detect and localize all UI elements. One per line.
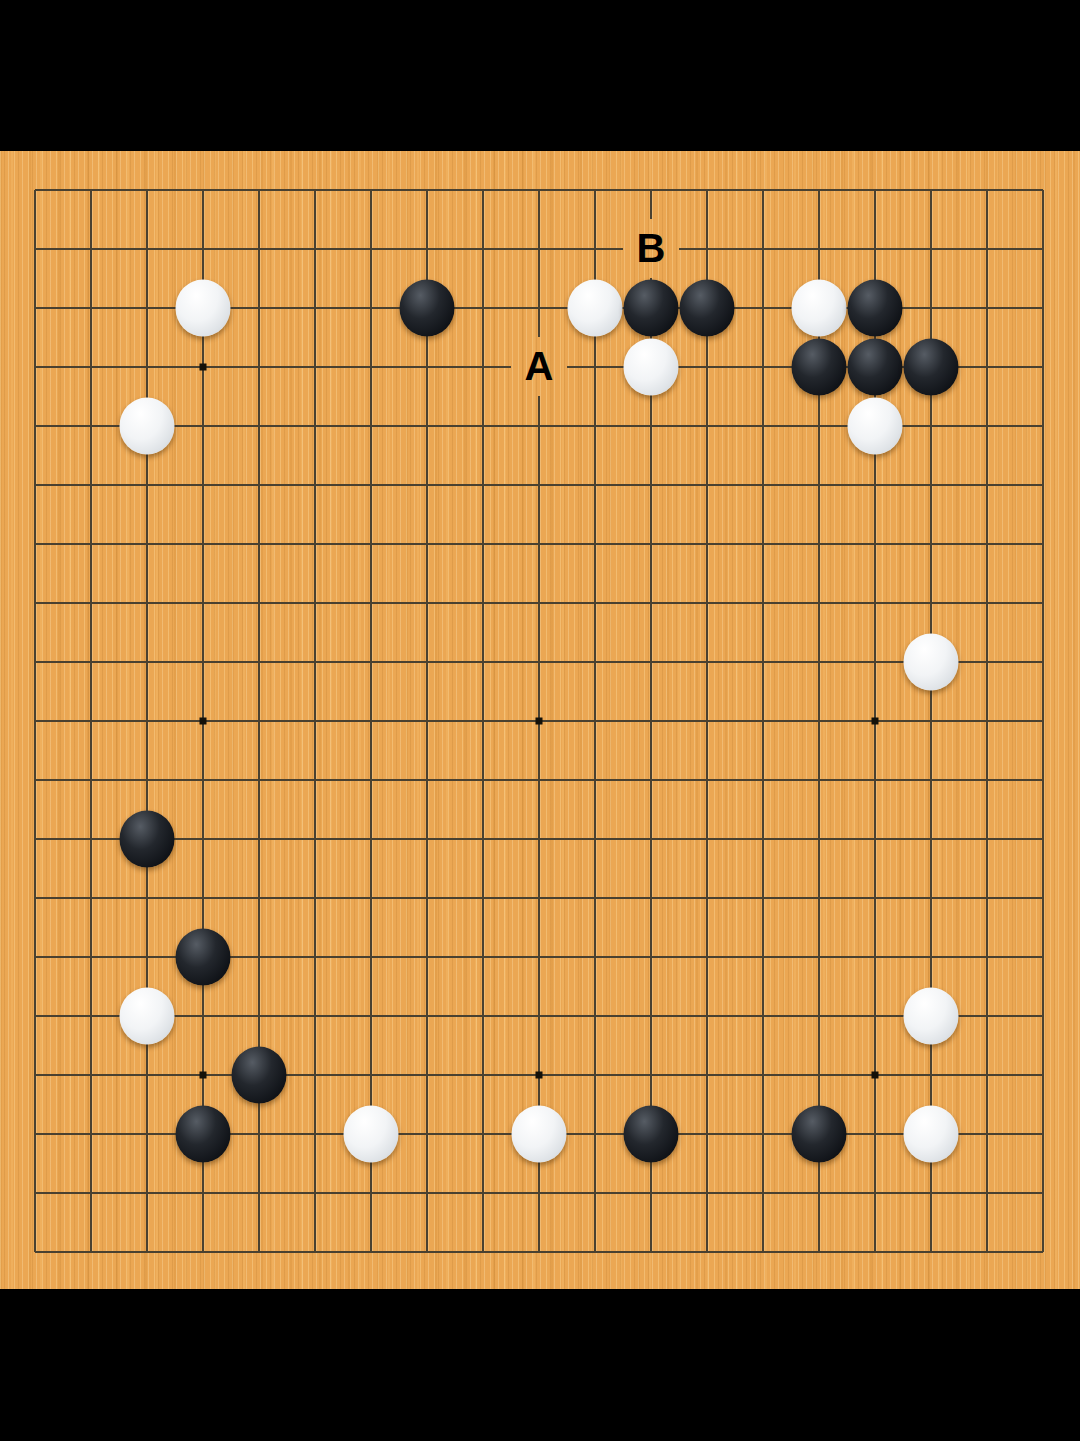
intersection-A11[interactable] (7, 632, 63, 691)
intersection-S6[interactable] (959, 927, 1015, 986)
intersection-A6[interactable] (7, 927, 63, 986)
intersection-H17[interactable] (399, 278, 455, 337)
intersection-M10[interactable] (623, 691, 679, 750)
intersection-D9[interactable] (175, 750, 231, 809)
intersection-Q16[interactable] (847, 337, 903, 396)
intersection-M19[interactable] (623, 160, 679, 219)
intersection-R19[interactable] (903, 160, 959, 219)
intersection-M14[interactable] (623, 455, 679, 514)
intersection-F1[interactable] (287, 1222, 343, 1281)
intersection-O12[interactable] (735, 573, 791, 632)
intersection-E15[interactable] (231, 396, 287, 455)
intersection-L18[interactable] (567, 219, 623, 278)
intersection-E11[interactable] (231, 632, 287, 691)
intersection-R16[interactable] (903, 337, 959, 396)
intersection-J14[interactable] (455, 455, 511, 514)
intersection-B8[interactable] (63, 809, 119, 868)
intersection-H12[interactable] (399, 573, 455, 632)
intersection-K4[interactable] (511, 1045, 567, 1104)
intersection-N8[interactable] (679, 809, 735, 868)
intersection-P16[interactable] (791, 337, 847, 396)
intersection-R12[interactable] (903, 573, 959, 632)
intersection-D6[interactable] (175, 927, 231, 986)
intersection-L13[interactable] (567, 514, 623, 573)
intersection-Q5[interactable] (847, 986, 903, 1045)
intersection-E18[interactable] (231, 219, 287, 278)
intersection-A12[interactable] (7, 573, 63, 632)
intersection-E7[interactable] (231, 868, 287, 927)
intersection-C3[interactable] (119, 1104, 175, 1163)
intersection-J15[interactable] (455, 396, 511, 455)
intersection-F4[interactable] (287, 1045, 343, 1104)
intersection-J9[interactable] (455, 750, 511, 809)
intersection-K17[interactable] (511, 278, 567, 337)
intersection-O14[interactable] (735, 455, 791, 514)
intersection-P17[interactable] (791, 278, 847, 337)
intersection-O9[interactable] (735, 750, 791, 809)
intersection-K15[interactable] (511, 396, 567, 455)
intersection-D7[interactable] (175, 868, 231, 927)
intersection-F11[interactable] (287, 632, 343, 691)
intersection-G19[interactable] (343, 160, 399, 219)
intersection-T2[interactable] (1015, 1163, 1071, 1222)
intersection-F18[interactable] (287, 219, 343, 278)
intersection-J10[interactable] (455, 691, 511, 750)
intersection-G11[interactable] (343, 632, 399, 691)
intersection-T3[interactable] (1015, 1104, 1071, 1163)
intersection-N12[interactable] (679, 573, 735, 632)
intersection-O16[interactable] (735, 337, 791, 396)
intersection-Q18[interactable] (847, 219, 903, 278)
intersection-T15[interactable] (1015, 396, 1071, 455)
intersection-G3[interactable] (343, 1104, 399, 1163)
intersection-O3[interactable] (735, 1104, 791, 1163)
intersection-Q13[interactable] (847, 514, 903, 573)
intersection-T1[interactable] (1015, 1222, 1071, 1281)
intersection-R10[interactable] (903, 691, 959, 750)
intersection-Q6[interactable] (847, 927, 903, 986)
intersection-C8[interactable] (119, 809, 175, 868)
intersection-T16[interactable] (1015, 337, 1071, 396)
intersection-J7[interactable] (455, 868, 511, 927)
intersection-N15[interactable] (679, 396, 735, 455)
intersection-H2[interactable] (399, 1163, 455, 1222)
intersection-S19[interactable] (959, 160, 1015, 219)
intersection-G7[interactable] (343, 868, 399, 927)
intersection-T6[interactable] (1015, 927, 1071, 986)
intersection-L10[interactable] (567, 691, 623, 750)
intersection-H9[interactable] (399, 750, 455, 809)
intersection-S5[interactable] (959, 986, 1015, 1045)
intersection-H6[interactable] (399, 927, 455, 986)
intersection-G18[interactable] (343, 219, 399, 278)
intersection-E4[interactable] (231, 1045, 287, 1104)
intersection-R6[interactable] (903, 927, 959, 986)
intersection-P7[interactable] (791, 868, 847, 927)
intersection-D1[interactable] (175, 1222, 231, 1281)
intersection-N11[interactable] (679, 632, 735, 691)
intersection-E9[interactable] (231, 750, 287, 809)
intersection-S1[interactable] (959, 1222, 1015, 1281)
intersection-Q1[interactable] (847, 1222, 903, 1281)
intersection-D17[interactable] (175, 278, 231, 337)
intersection-E12[interactable] (231, 573, 287, 632)
intersection-D14[interactable] (175, 455, 231, 514)
intersection-J19[interactable] (455, 160, 511, 219)
intersection-P10[interactable] (791, 691, 847, 750)
intersection-G2[interactable] (343, 1163, 399, 1222)
intersection-P11[interactable] (791, 632, 847, 691)
intersection-C2[interactable] (119, 1163, 175, 1222)
intersection-T11[interactable] (1015, 632, 1071, 691)
intersection-O8[interactable] (735, 809, 791, 868)
intersection-K11[interactable] (511, 632, 567, 691)
intersection-Q10[interactable] (847, 691, 903, 750)
intersection-T14[interactable] (1015, 455, 1071, 514)
intersection-B16[interactable] (63, 337, 119, 396)
move-label-A[interactable]: A (525, 346, 554, 386)
intersection-R15[interactable] (903, 396, 959, 455)
intersection-P8[interactable] (791, 809, 847, 868)
intersection-R14[interactable] (903, 455, 959, 514)
intersection-N16[interactable] (679, 337, 735, 396)
intersection-N19[interactable] (679, 160, 735, 219)
intersection-Q9[interactable] (847, 750, 903, 809)
intersection-S11[interactable] (959, 632, 1015, 691)
intersection-F3[interactable] (287, 1104, 343, 1163)
intersection-C4[interactable] (119, 1045, 175, 1104)
intersection-B12[interactable] (63, 573, 119, 632)
intersection-C10[interactable] (119, 691, 175, 750)
intersection-L8[interactable] (567, 809, 623, 868)
intersection-O4[interactable] (735, 1045, 791, 1104)
intersection-F8[interactable] (287, 809, 343, 868)
intersection-D8[interactable] (175, 809, 231, 868)
intersection-N13[interactable] (679, 514, 735, 573)
intersection-T12[interactable] (1015, 573, 1071, 632)
intersection-L1[interactable] (567, 1222, 623, 1281)
intersection-G16[interactable] (343, 337, 399, 396)
intersection-S8[interactable] (959, 809, 1015, 868)
intersection-N10[interactable] (679, 691, 735, 750)
intersection-L5[interactable] (567, 986, 623, 1045)
intersection-O11[interactable] (735, 632, 791, 691)
intersection-R17[interactable] (903, 278, 959, 337)
intersection-H8[interactable] (399, 809, 455, 868)
intersection-A9[interactable] (7, 750, 63, 809)
intersection-J5[interactable] (455, 986, 511, 1045)
intersection-H18[interactable] (399, 219, 455, 278)
intersection-B18[interactable] (63, 219, 119, 278)
intersection-J3[interactable] (455, 1104, 511, 1163)
intersection-L7[interactable] (567, 868, 623, 927)
intersection-A4[interactable] (7, 1045, 63, 1104)
intersection-G9[interactable] (343, 750, 399, 809)
intersection-D13[interactable] (175, 514, 231, 573)
intersection-D10[interactable] (175, 691, 231, 750)
intersection-M11[interactable] (623, 632, 679, 691)
intersection-L17[interactable] (567, 278, 623, 337)
intersection-D19[interactable] (175, 160, 231, 219)
intersection-P4[interactable] (791, 1045, 847, 1104)
intersection-O5[interactable] (735, 986, 791, 1045)
intersection-P18[interactable] (791, 219, 847, 278)
intersection-S4[interactable] (959, 1045, 1015, 1104)
intersection-S3[interactable] (959, 1104, 1015, 1163)
intersection-B4[interactable] (63, 1045, 119, 1104)
intersection-C17[interactable] (119, 278, 175, 337)
intersection-G4[interactable] (343, 1045, 399, 1104)
intersection-B15[interactable] (63, 396, 119, 455)
intersection-N6[interactable] (679, 927, 735, 986)
intersection-N2[interactable] (679, 1163, 735, 1222)
intersection-O19[interactable] (735, 160, 791, 219)
intersection-K7[interactable] (511, 868, 567, 927)
intersection-B6[interactable] (63, 927, 119, 986)
intersection-D5[interactable] (175, 986, 231, 1045)
intersection-L11[interactable] (567, 632, 623, 691)
intersection-P15[interactable] (791, 396, 847, 455)
intersection-B1[interactable] (63, 1222, 119, 1281)
intersection-R11[interactable] (903, 632, 959, 691)
intersection-M18[interactable]: B (623, 219, 679, 278)
intersection-D2[interactable] (175, 1163, 231, 1222)
intersection-J13[interactable] (455, 514, 511, 573)
intersection-Q3[interactable] (847, 1104, 903, 1163)
intersection-J11[interactable] (455, 632, 511, 691)
intersection-M2[interactable] (623, 1163, 679, 1222)
intersection-J18[interactable] (455, 219, 511, 278)
intersection-D15[interactable] (175, 396, 231, 455)
intersection-C14[interactable] (119, 455, 175, 514)
intersection-F9[interactable] (287, 750, 343, 809)
intersection-M5[interactable] (623, 986, 679, 1045)
intersection-L6[interactable] (567, 927, 623, 986)
intersection-P3[interactable] (791, 1104, 847, 1163)
intersection-O17[interactable] (735, 278, 791, 337)
intersection-A10[interactable] (7, 691, 63, 750)
intersection-J1[interactable] (455, 1222, 511, 1281)
intersection-M17[interactable] (623, 278, 679, 337)
intersection-K13[interactable] (511, 514, 567, 573)
intersection-P6[interactable] (791, 927, 847, 986)
intersection-J4[interactable] (455, 1045, 511, 1104)
intersection-B2[interactable] (63, 1163, 119, 1222)
intersection-F16[interactable] (287, 337, 343, 396)
intersection-S2[interactable] (959, 1163, 1015, 1222)
intersection-S16[interactable] (959, 337, 1015, 396)
intersection-R8[interactable] (903, 809, 959, 868)
intersection-F15[interactable] (287, 396, 343, 455)
intersection-H10[interactable] (399, 691, 455, 750)
intersection-J12[interactable] (455, 573, 511, 632)
intersection-P5[interactable] (791, 986, 847, 1045)
intersection-H14[interactable] (399, 455, 455, 514)
intersection-E6[interactable] (231, 927, 287, 986)
intersection-S18[interactable] (959, 219, 1015, 278)
intersection-C9[interactable] (119, 750, 175, 809)
intersection-H16[interactable] (399, 337, 455, 396)
intersection-G13[interactable] (343, 514, 399, 573)
intersection-M12[interactable] (623, 573, 679, 632)
intersection-R3[interactable] (903, 1104, 959, 1163)
intersection-N18[interactable] (679, 219, 735, 278)
intersection-L16[interactable] (567, 337, 623, 396)
intersection-Q12[interactable] (847, 573, 903, 632)
intersection-D11[interactable] (175, 632, 231, 691)
intersection-S14[interactable] (959, 455, 1015, 514)
intersection-K19[interactable] (511, 160, 567, 219)
intersection-L19[interactable] (567, 160, 623, 219)
intersection-L15[interactable] (567, 396, 623, 455)
intersection-A19[interactable] (7, 160, 63, 219)
intersection-T4[interactable] (1015, 1045, 1071, 1104)
intersection-J8[interactable] (455, 809, 511, 868)
intersection-D16[interactable] (175, 337, 231, 396)
intersection-K1[interactable] (511, 1222, 567, 1281)
intersection-M15[interactable] (623, 396, 679, 455)
intersection-B11[interactable] (63, 632, 119, 691)
intersection-O1[interactable] (735, 1222, 791, 1281)
intersection-D18[interactable] (175, 219, 231, 278)
intersection-R5[interactable] (903, 986, 959, 1045)
intersection-K8[interactable] (511, 809, 567, 868)
intersection-S10[interactable] (959, 691, 1015, 750)
intersection-F6[interactable] (287, 927, 343, 986)
intersection-M9[interactable] (623, 750, 679, 809)
intersection-F14[interactable] (287, 455, 343, 514)
intersection-L9[interactable] (567, 750, 623, 809)
intersection-G17[interactable] (343, 278, 399, 337)
intersection-P13[interactable] (791, 514, 847, 573)
intersection-N14[interactable] (679, 455, 735, 514)
intersection-A5[interactable] (7, 986, 63, 1045)
intersection-F5[interactable] (287, 986, 343, 1045)
intersection-F7[interactable] (287, 868, 343, 927)
intersection-R13[interactable] (903, 514, 959, 573)
intersection-Q14[interactable] (847, 455, 903, 514)
intersection-Q4[interactable] (847, 1045, 903, 1104)
intersection-H5[interactable] (399, 986, 455, 1045)
intersection-J2[interactable] (455, 1163, 511, 1222)
intersection-J16[interactable] (455, 337, 511, 396)
intersection-M1[interactable] (623, 1222, 679, 1281)
intersection-N5[interactable] (679, 986, 735, 1045)
intersection-M7[interactable] (623, 868, 679, 927)
intersection-F12[interactable] (287, 573, 343, 632)
intersection-L12[interactable] (567, 573, 623, 632)
intersection-T18[interactable] (1015, 219, 1071, 278)
intersection-A17[interactable] (7, 278, 63, 337)
intersection-C16[interactable] (119, 337, 175, 396)
intersection-H13[interactable] (399, 514, 455, 573)
intersection-R18[interactable] (903, 219, 959, 278)
intersection-C11[interactable] (119, 632, 175, 691)
intersection-P19[interactable] (791, 160, 847, 219)
intersection-C15[interactable] (119, 396, 175, 455)
intersection-Q15[interactable] (847, 396, 903, 455)
intersection-C18[interactable] (119, 219, 175, 278)
intersection-T9[interactable] (1015, 750, 1071, 809)
intersection-M16[interactable] (623, 337, 679, 396)
intersection-A15[interactable] (7, 396, 63, 455)
intersection-S7[interactable] (959, 868, 1015, 927)
intersection-G15[interactable] (343, 396, 399, 455)
intersection-E2[interactable] (231, 1163, 287, 1222)
intersection-Q19[interactable] (847, 160, 903, 219)
intersection-A3[interactable] (7, 1104, 63, 1163)
intersection-E1[interactable] (231, 1222, 287, 1281)
intersection-L2[interactable] (567, 1163, 623, 1222)
intersection-R4[interactable] (903, 1045, 959, 1104)
intersection-N17[interactable] (679, 278, 735, 337)
intersection-G12[interactable] (343, 573, 399, 632)
intersection-H19[interactable] (399, 160, 455, 219)
intersection-G10[interactable] (343, 691, 399, 750)
intersection-C19[interactable] (119, 160, 175, 219)
intersection-G6[interactable] (343, 927, 399, 986)
intersection-S12[interactable] (959, 573, 1015, 632)
intersection-B13[interactable] (63, 514, 119, 573)
intersection-E19[interactable] (231, 160, 287, 219)
intersection-K6[interactable] (511, 927, 567, 986)
intersection-P1[interactable] (791, 1222, 847, 1281)
intersection-H4[interactable] (399, 1045, 455, 1104)
intersection-C1[interactable] (119, 1222, 175, 1281)
intersection-T5[interactable] (1015, 986, 1071, 1045)
intersection-D3[interactable] (175, 1104, 231, 1163)
intersection-Q7[interactable] (847, 868, 903, 927)
intersection-F19[interactable] (287, 160, 343, 219)
intersection-R7[interactable] (903, 868, 959, 927)
intersection-E3[interactable] (231, 1104, 287, 1163)
intersection-F17[interactable] (287, 278, 343, 337)
intersection-K16[interactable]: A (511, 337, 567, 396)
intersection-L3[interactable] (567, 1104, 623, 1163)
intersection-B9[interactable] (63, 750, 119, 809)
intersection-R1[interactable] (903, 1222, 959, 1281)
intersection-N4[interactable] (679, 1045, 735, 1104)
intersection-P12[interactable] (791, 573, 847, 632)
intersection-K3[interactable] (511, 1104, 567, 1163)
intersection-A14[interactable] (7, 455, 63, 514)
intersection-T8[interactable] (1015, 809, 1071, 868)
intersection-C13[interactable] (119, 514, 175, 573)
intersection-K12[interactable] (511, 573, 567, 632)
intersection-E16[interactable] (231, 337, 287, 396)
intersection-B7[interactable] (63, 868, 119, 927)
intersection-T10[interactable] (1015, 691, 1071, 750)
intersection-S15[interactable] (959, 396, 1015, 455)
intersection-A1[interactable] (7, 1222, 63, 1281)
intersection-M6[interactable] (623, 927, 679, 986)
intersection-E5[interactable] (231, 986, 287, 1045)
intersection-D12[interactable] (175, 573, 231, 632)
intersection-H7[interactable] (399, 868, 455, 927)
intersection-K14[interactable] (511, 455, 567, 514)
intersection-G14[interactable] (343, 455, 399, 514)
intersection-M8[interactable] (623, 809, 679, 868)
intersection-T13[interactable] (1015, 514, 1071, 573)
intersection-K18[interactable] (511, 219, 567, 278)
intersection-B19[interactable] (63, 160, 119, 219)
intersection-A16[interactable] (7, 337, 63, 396)
intersection-R2[interactable] (903, 1163, 959, 1222)
intersection-N1[interactable] (679, 1222, 735, 1281)
intersection-F10[interactable] (287, 691, 343, 750)
intersection-Q17[interactable] (847, 278, 903, 337)
intersection-S9[interactable] (959, 750, 1015, 809)
